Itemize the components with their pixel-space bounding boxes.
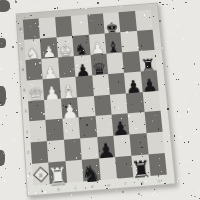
square-b6[interactable]: ♟ — [42, 57, 60, 79]
square-d6[interactable]: ♟ — [74, 55, 92, 77]
square-b1[interactable]: ♜ — [49, 161, 67, 184]
file-label-e: e — [104, 183, 115, 189]
board-grid[interactable]: ♚♞♟♚♞♟♝♟♟♛♜♛♟♝♟♟♟♟♟♕♜♞♜ — [23, 10, 167, 186]
photo-artifact — [0, 150, 5, 166]
chessboard[interactable]: ♚♞♟♚♞♟♝♟♟♛♜♛♟♝♟♟♟♟♟♕♜♞♜ 87654321 abcdefg… — [16, 2, 176, 196]
square-e7[interactable]: ♟ — [88, 33, 106, 54]
square-d5[interactable] — [75, 75, 93, 97]
square-f3[interactable]: ♟ — [111, 114, 129, 136]
chessboard-photo: ♚♞♟♚♞♟♝♟♟♛♜♛♟♝♟♟♟♟♟♕♜♞♜ 87654321 abcdefg… — [0, 0, 200, 200]
square-b2[interactable] — [47, 140, 65, 163]
square-g2[interactable] — [130, 133, 148, 156]
square-h7[interactable] — [137, 30, 155, 51]
square-b3[interactable] — [46, 119, 64, 141]
square-e5[interactable] — [92, 74, 110, 96]
square-f5[interactable] — [108, 72, 126, 94]
square-a8[interactable] — [23, 18, 40, 39]
square-h2[interactable] — [146, 132, 165, 155]
rank-label-4: 4 — [24, 109, 28, 113]
square-g7[interactable] — [121, 31, 139, 52]
rank-label-6: 6 — [21, 68, 25, 72]
square-g1[interactable]: ♜ — [132, 155, 151, 178]
square-d7[interactable]: ♞ — [72, 35, 90, 56]
square-h5[interactable]: ♟ — [140, 70, 158, 92]
square-d1[interactable]: ♞ — [82, 159, 100, 182]
square-h3[interactable] — [144, 111, 162, 133]
square-f4[interactable] — [110, 93, 128, 115]
square-d4[interactable] — [77, 96, 95, 118]
square-d8[interactable] — [71, 15, 89, 36]
square-h4[interactable] — [142, 90, 160, 112]
square-b8[interactable] — [39, 17, 56, 38]
square-e6[interactable]: ♛ — [90, 53, 108, 75]
square-a7[interactable]: ♞ — [24, 38, 41, 59]
square-b4[interactable] — [44, 98, 62, 120]
square-a4[interactable] — [28, 99, 46, 121]
square-h8[interactable] — [135, 10, 153, 31]
file-label-a: a — [37, 189, 48, 195]
square-c2[interactable] — [64, 139, 82, 162]
rank-label-7: 7 — [20, 47, 24, 51]
square-d3[interactable] — [79, 116, 97, 138]
square-a3[interactable] — [29, 120, 47, 142]
rank-label-8: 8 — [18, 27, 22, 31]
square-f2[interactable] — [113, 135, 131, 158]
square-e1[interactable] — [98, 157, 116, 180]
square-b5[interactable]: ♟ — [43, 78, 61, 100]
file-label-c: c — [70, 186, 81, 192]
square-e8[interactable] — [87, 13, 105, 34]
square-g4[interactable] — [126, 92, 144, 114]
square-g3[interactable] — [128, 112, 146, 134]
rank-label-3: 3 — [25, 130, 29, 134]
rank-label-2: 2 — [26, 151, 30, 155]
square-a2[interactable] — [31, 141, 49, 164]
square-f7[interactable]: ♝ — [105, 32, 123, 53]
square-c7[interactable]: ♚ — [56, 36, 74, 57]
rank-label-5: 5 — [22, 88, 26, 92]
square-c5[interactable]: ♝ — [59, 76, 77, 98]
square-a5[interactable]: ♛ — [27, 79, 45, 101]
square-c4[interactable]: ♟ — [61, 97, 79, 119]
square-f8[interactable]: ♚ — [103, 12, 121, 33]
square-c8[interactable] — [55, 16, 73, 37]
square-b7[interactable]: ♟ — [40, 37, 58, 58]
square-g6[interactable] — [122, 51, 140, 73]
rank-label-1: 1 — [27, 172, 31, 176]
photo-artifact — [0, 38, 6, 48]
photo-artifact — [0, 86, 6, 106]
square-e2[interactable]: ♟ — [97, 136, 115, 159]
square-f6[interactable] — [106, 52, 124, 74]
square-c3[interactable] — [62, 118, 80, 140]
square-h6[interactable]: ♜ — [138, 50, 156, 72]
square-g5[interactable]: ♟ — [124, 71, 142, 93]
file-label-h: h — [154, 179, 165, 185]
square-c6[interactable] — [58, 56, 76, 78]
square-h1[interactable] — [148, 153, 167, 176]
square-e4[interactable] — [93, 94, 111, 116]
square-g8[interactable] — [119, 11, 137, 32]
square-a6[interactable] — [25, 59, 43, 81]
photo-artifact — [0, 0, 10, 12]
file-label-f: f — [120, 182, 131, 188]
